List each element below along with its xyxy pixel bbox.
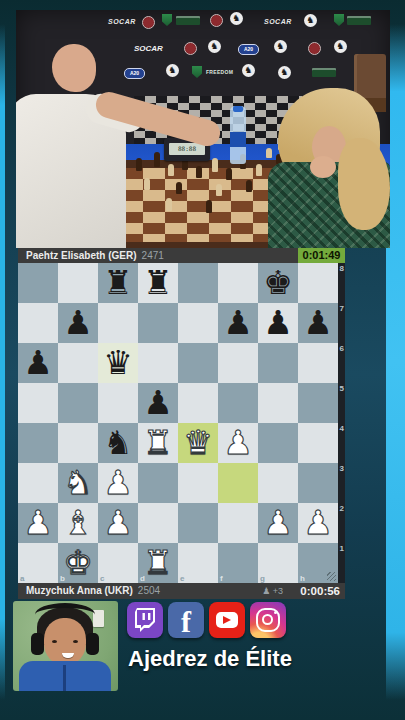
square-e4[interactable]: ♛ <box>178 423 218 463</box>
square-c6[interactable]: ♛ <box>98 343 138 383</box>
wooden-piece <box>256 164 262 176</box>
white-pawn-a2[interactable]: ♟ <box>18 503 58 543</box>
file-label-g: g <box>260 574 265 583</box>
square-f4[interactable]: ♟ <box>218 423 258 463</box>
headphone-cup-right-icon <box>86 633 99 655</box>
black-rook-d8[interactable]: ♜ <box>138 263 178 303</box>
dgt-clock-screen: 88:88 <box>169 143 205 155</box>
file-label-d: d <box>140 574 145 583</box>
square-h8[interactable] <box>298 263 338 303</box>
wooden-piece <box>206 200 212 213</box>
fide-logo-icon: ♞ <box>166 64 179 77</box>
wooden-piece <box>226 168 232 180</box>
square-c1[interactable]: c <box>98 543 138 583</box>
rank-label-8: 8 <box>340 264 344 273</box>
rank-label-3: 3 <box>340 464 344 473</box>
square-h3[interactable] <box>298 463 338 503</box>
rank-label-1: 1 <box>340 544 344 553</box>
board-resize-handle[interactable] <box>327 572 336 581</box>
pawn-icon: ♟ <box>262 586 270 596</box>
wooden-piece <box>266 148 272 158</box>
square-c7[interactable] <box>98 303 138 343</box>
white-pawn-h2[interactable]: ♟ <box>298 503 338 543</box>
jacket-zipper <box>63 665 66 691</box>
square-g6[interactable] <box>258 343 298 383</box>
wooden-piece <box>154 152 160 167</box>
square-b3[interactable]: ♞ <box>58 463 98 503</box>
square-a5[interactable] <box>18 383 58 423</box>
square-f7[interactable]: ♟ <box>218 303 258 343</box>
round-logo-icon <box>210 14 223 27</box>
white-pawn-c3[interactable]: ♟ <box>98 463 138 503</box>
square-g4[interactable] <box>258 423 298 463</box>
shorts-frame: SOCAR♞SOCAR♞SOCAR♞A20♞♞A20♞FREEDOM♞♞ 88:… <box>0 0 405 720</box>
square-g8[interactable]: ♚ <box>258 263 298 303</box>
square-c5[interactable] <box>98 383 138 423</box>
square-f3[interactable] <box>218 463 258 503</box>
shield-logo-icon <box>162 14 172 26</box>
square-h5[interactable] <box>298 383 338 423</box>
bottom-player-rating: 2504 <box>138 585 160 596</box>
player-right-hand <box>310 156 336 178</box>
black-rook-c8[interactable]: ♜ <box>98 263 138 303</box>
wooden-piece <box>196 166 202 178</box>
square-d7[interactable] <box>138 303 178 343</box>
white-queen-e4[interactable]: ♛ <box>178 423 218 463</box>
fide-logo-icon: ♞ <box>304 14 317 27</box>
top-player-name: Paehtz Elisabeth (GER) <box>26 250 137 261</box>
square-c8[interactable]: ♜ <box>98 263 138 303</box>
square-d1[interactable]: ♜d <box>138 543 178 583</box>
fide-logo-icon: ♞ <box>278 66 291 79</box>
square-f5[interactable] <box>218 383 258 423</box>
bottle-label <box>230 132 246 147</box>
square-f2[interactable] <box>218 503 258 543</box>
youtube-icon[interactable] <box>209 602 245 638</box>
wooden-piece <box>212 158 218 172</box>
round-logo-icon <box>308 42 321 55</box>
square-e5[interactable] <box>178 383 218 423</box>
socar-logo: SOCAR <box>134 44 163 53</box>
player-left-face <box>52 44 96 92</box>
file-label-h: h <box>300 574 305 583</box>
square-h7[interactable]: ♟ <box>298 303 338 343</box>
black-king-g8[interactable]: ♚ <box>258 263 298 303</box>
square-a8[interactable] <box>18 263 58 303</box>
square-b1[interactable]: ♚b <box>58 543 98 583</box>
black-pawn-a6[interactable]: ♟ <box>18 343 58 383</box>
fide-logo-icon: ♞ <box>242 64 255 77</box>
live-game-photo: SOCAR♞SOCAR♞SOCAR♞A20♞♞A20♞FREEDOM♞♞ 88:… <box>16 10 390 248</box>
square-h4[interactable] <box>298 423 338 463</box>
square-d6[interactable] <box>138 343 178 383</box>
board-squares: ♜♜♚♟♟♟♟♟♛♟♞♜♛♟♞♟♟♝♟♟♟a♚bc♜defgh <box>18 263 338 583</box>
white-pawn-f4[interactable]: ♟ <box>218 423 258 463</box>
channel-title: Ajedrez de Élite <box>110 646 310 672</box>
file-label-f: f <box>220 574 223 583</box>
square-e3[interactable] <box>178 463 218 503</box>
rank-label-7: 7 <box>340 304 344 313</box>
square-a6[interactable]: ♟ <box>18 343 58 383</box>
freedom-logo: FREEDOM <box>206 69 233 75</box>
square-g1[interactable]: g <box>258 543 298 583</box>
banner-logo-icon <box>312 68 336 77</box>
a20-logo-icon: A20 <box>124 68 145 79</box>
rank-label-4: 4 <box>340 424 344 433</box>
top-player-rating: 2471 <box>142 250 164 261</box>
rank-label-2: 2 <box>340 504 344 513</box>
black-knight-c4[interactable]: ♞ <box>98 423 138 463</box>
square-h2[interactable]: ♟ <box>298 503 338 543</box>
square-e6[interactable] <box>178 343 218 383</box>
streamer-eye-right <box>73 640 78 643</box>
square-e7[interactable] <box>178 303 218 343</box>
square-e1[interactable]: e <box>178 543 218 583</box>
square-d8[interactable]: ♜ <box>138 263 178 303</box>
socar-logo: SOCAR <box>264 18 292 25</box>
round-logo-icon <box>142 16 155 29</box>
square-d4[interactable]: ♜ <box>138 423 178 463</box>
square-a3[interactable] <box>18 463 58 503</box>
wooden-piece <box>166 198 172 211</box>
file-label-e: e <box>180 574 184 583</box>
bottom-player-name: Muzychuk Anna (UKR) <box>26 585 133 596</box>
square-d2[interactable] <box>138 503 178 543</box>
water-bottle <box>230 106 246 164</box>
left-glow-strip <box>0 24 5 700</box>
square-f6[interactable] <box>218 343 258 383</box>
wooden-piece <box>168 164 174 176</box>
file-label-b: b <box>60 574 65 583</box>
fide-logo-icon: ♞ <box>208 40 221 53</box>
material-advantage: ♟ +3 <box>262 583 283 599</box>
material-value: +3 <box>273 586 283 596</box>
wooden-piece <box>246 180 252 192</box>
square-e8[interactable] <box>178 263 218 303</box>
square-d5[interactable]: ♟ <box>138 383 178 423</box>
black-pawn-h7[interactable]: ♟ <box>298 303 338 343</box>
square-a4[interactable] <box>18 423 58 463</box>
bottom-player-clock: 0:00:56 <box>300 583 340 599</box>
black-pawn-d5[interactable]: ♟ <box>138 383 178 423</box>
instagram-lens <box>262 614 273 625</box>
square-g2[interactable]: ♟ <box>258 503 298 543</box>
square-f1[interactable]: f <box>218 543 258 583</box>
fide-logo-icon: ♞ <box>274 40 287 53</box>
a20-logo-icon: A20 <box>238 44 259 55</box>
square-b2[interactable]: ♝ <box>58 503 98 543</box>
white-bishop-b2[interactable]: ♝ <box>58 503 98 543</box>
instagram-flash-dot <box>274 611 277 614</box>
top-player-bar: Paehtz Elisabeth (GER)2471 0:01:49 <box>18 248 345 263</box>
square-b8[interactable] <box>58 263 98 303</box>
banner-logo-icon <box>347 16 371 25</box>
square-b7[interactable]: ♟ <box>58 303 98 343</box>
shield-logo-icon <box>192 66 202 78</box>
socar-logo: SOCAR <box>108 18 136 25</box>
square-e2[interactable] <box>178 503 218 543</box>
square-h6[interactable] <box>298 343 338 383</box>
headphone-cup-left-icon <box>31 633 44 655</box>
square-f8[interactable] <box>218 263 258 303</box>
top-player-clock: 0:01:49 <box>298 248 345 263</box>
shield-logo-icon <box>334 14 344 26</box>
wooden-piece <box>144 178 150 190</box>
square-b4[interactable] <box>58 423 98 463</box>
wooden-piece <box>136 158 142 171</box>
square-b5[interactable] <box>58 383 98 423</box>
file-label-a: a <box>20 574 24 583</box>
streamer-eye-left <box>52 640 57 643</box>
rank-label-5: 5 <box>340 384 344 393</box>
youtube-play-triangle <box>223 616 231 624</box>
file-label-c: c <box>100 574 104 583</box>
square-b6[interactable] <box>58 343 98 383</box>
white-pawn-g2[interactable]: ♟ <box>258 503 298 543</box>
black-pawn-b7[interactable]: ♟ <box>58 303 98 343</box>
square-g5[interactable] <box>258 383 298 423</box>
square-g3[interactable] <box>258 463 298 503</box>
streamer-smile <box>62 653 74 658</box>
square-c2[interactable]: ♟ <box>98 503 138 543</box>
instagram-icon[interactable] <box>250 602 286 638</box>
fide-logo-icon: ♞ <box>334 40 347 53</box>
square-g7[interactable]: ♟ <box>258 303 298 343</box>
square-d3[interactable] <box>138 463 178 503</box>
wooden-piece <box>176 182 182 194</box>
facebook-icon[interactable]: f <box>168 602 204 638</box>
streamer-webcam <box>13 601 118 691</box>
square-c3[interactable]: ♟ <box>98 463 138 503</box>
black-pawn-g7[interactable]: ♟ <box>258 303 298 343</box>
fide-logo-icon: ♞ <box>230 12 243 25</box>
bottle-cap <box>233 106 243 112</box>
twitch-icon[interactable] <box>127 602 163 638</box>
white-pawn-c2[interactable]: ♟ <box>98 503 138 543</box>
white-knight-b3[interactable]: ♞ <box>58 463 98 503</box>
square-a1[interactable]: a <box>18 543 58 583</box>
black-pawn-f7[interactable]: ♟ <box>218 303 258 343</box>
white-rook-d4[interactable]: ♜ <box>138 423 178 463</box>
round-logo-icon <box>184 42 197 55</box>
headphones-band-icon <box>35 603 95 626</box>
black-queen-c6[interactable]: ♛ <box>98 343 138 383</box>
rank-label-6: 6 <box>340 344 344 353</box>
bottom-player-bar: Muzychuk Anna (UKR)2504 ♟ +3 0:00:56 <box>18 583 345 599</box>
banner-logo-icon <box>176 16 200 25</box>
square-a2[interactable]: ♟ <box>18 503 58 543</box>
wooden-piece <box>216 184 222 196</box>
chess-board: ♜♜♚♟♟♟♟♟♛♟♞♜♛♟♞♟♟♝♟♟♟a♚bc♜defgh 87654321 <box>18 263 345 583</box>
square-a7[interactable] <box>18 303 58 343</box>
square-c4[interactable]: ♞ <box>98 423 138 463</box>
